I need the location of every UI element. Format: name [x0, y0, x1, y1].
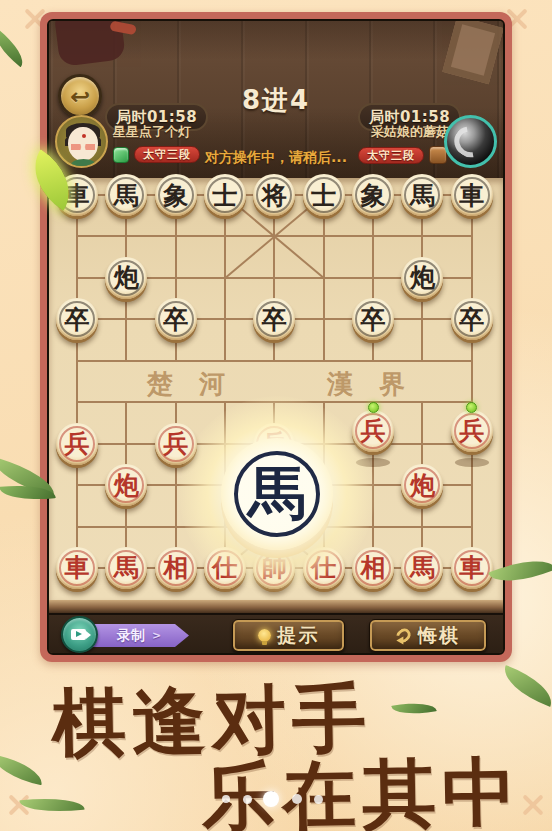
avatar-cat-swirl — [448, 121, 491, 164]
hint-button[interactable]: 提示 — [232, 619, 345, 652]
teapot-silhouette — [54, 19, 126, 67]
piece-black-炮-b7[interactable]: 炮 — [102, 257, 151, 298]
page-background: { "game": "xiangqi", "position": { "fen"… — [0, 0, 552, 831]
chevron-right-icon: > — [152, 629, 161, 642]
piece-black-士-d9[interactable]: 士 — [200, 174, 249, 215]
piece-disc: 将 — [253, 174, 295, 216]
avatar-collar — [71, 159, 96, 168]
piece-disc: 馬 — [401, 547, 443, 589]
piece-disc: 相 — [352, 547, 394, 589]
undo-arrow-icon — [394, 626, 414, 646]
piece-glyph: 馬 — [410, 183, 435, 208]
piece-disc: 士 — [303, 174, 345, 216]
player-right-name: 采姑娘的蘑菇 — [299, 123, 449, 141]
piece-red-車-i0[interactable]: 車 — [447, 547, 496, 588]
piece-black-馬-h9[interactable]: 馬 — [398, 174, 447, 215]
piece-red-炮-h2[interactable]: 炮 — [398, 464, 447, 505]
piece-glyph: 車 — [459, 555, 484, 580]
slogan-line-2: 乐在其中 — [201, 743, 523, 831]
avatar-right[interactable] — [444, 115, 497, 168]
piece-black-卒-g6[interactable]: 卒 — [348, 299, 397, 340]
piece-glyph: 卒 — [361, 307, 386, 332]
game-screen: ↩ 局时01:58 8进4 局时01:58 星星点了个灯 太守三段 对方操作中，… — [47, 19, 505, 655]
bulb-icon — [258, 629, 271, 642]
piece-glyph: 将 — [262, 183, 287, 208]
piece-black-卒-e6[interactable]: 卒 — [250, 299, 299, 340]
piece-disc: 卒 — [352, 298, 394, 340]
piece-disc: 卒 — [155, 298, 197, 340]
picture-frame-decoration — [442, 19, 503, 84]
bamboo-leaf — [0, 755, 46, 785]
piece-disc: 炮 — [105, 257, 147, 299]
piece-glyph: 士 — [311, 183, 336, 208]
piece-glyph: 卒 — [262, 307, 287, 332]
undo-button[interactable]: 悔棋 — [369, 619, 487, 652]
piece-glyph: 炮 — [114, 265, 139, 290]
piece-disc: 馬 — [105, 547, 147, 589]
piece-glyph: 卒 — [163, 307, 188, 332]
piece-shadow — [455, 458, 489, 467]
player-right-rank-badge: 太守三段 — [358, 147, 424, 164]
piece-red-兵-a3[interactable]: 兵 — [52, 423, 101, 464]
piece-disc: 象 — [155, 174, 197, 216]
piece-disc: 卒 — [253, 298, 295, 340]
piece-disc: 卒 — [56, 298, 98, 340]
page-dot-3[interactable] — [263, 791, 279, 807]
game-frame: ↩ 局时01:58 8进4 局时01:58 星星点了个灯 太守三段 对方操作中，… — [40, 12, 512, 662]
record-banner[interactable]: 录制 > — [89, 624, 189, 647]
piece-glyph: 炮 — [410, 265, 435, 290]
player-right-badges: 太守三段 — [358, 146, 447, 164]
piece-black-象-c9[interactable]: 象 — [151, 174, 200, 215]
piece-black-将-e9[interactable]: 将 — [250, 174, 299, 215]
piece-glyph: 馬 — [410, 555, 435, 580]
video-camera-icon — [71, 629, 86, 640]
avatar-left[interactable] — [55, 115, 108, 168]
green-gem-icon — [113, 147, 129, 163]
piece-red-相-c0[interactable]: 相 — [151, 547, 200, 588]
page-dot-5[interactable] — [314, 795, 323, 804]
piece-disc: 士 — [204, 174, 246, 216]
piece-glyph: 馬 — [114, 183, 139, 208]
piece-glyph: 車 — [459, 183, 484, 208]
piece-glyph: 士 — [213, 183, 238, 208]
piece-disc: 炮 — [401, 464, 443, 506]
piece-disc: 兵 — [56, 423, 98, 465]
avatar-forehead-dot — [82, 134, 86, 138]
piece-disc: 象 — [352, 174, 394, 216]
piece-black-卒-i6[interactable]: 卒 — [447, 299, 496, 340]
piece-disc: 兵 — [451, 410, 493, 452]
page-dot-2[interactable] — [243, 795, 252, 804]
page-dot-1[interactable] — [222, 795, 230, 803]
piece-black-炮-h7[interactable]: 炮 — [398, 257, 447, 298]
board: 楚河 漢界 車馬象士将士象馬車炮炮卒卒卒卒卒兵兵兵兵兵炮炮車馬相仕帥仕相馬車 馬 — [49, 178, 503, 600]
piece-glyph: 卒 — [459, 307, 484, 332]
piece-disc: 炮 — [105, 464, 147, 506]
piece-disc: 車 — [56, 547, 98, 589]
piece-glyph: 車 — [64, 555, 89, 580]
undo-label: 悔棋 — [418, 623, 460, 649]
piece-disc: 炮 — [401, 257, 443, 299]
piece-red-車-a0[interactable]: 車 — [52, 547, 101, 588]
piece-red-馬-h0[interactable]: 馬 — [398, 547, 447, 588]
piece-red-炮-b2[interactable]: 炮 — [102, 464, 151, 505]
header: ↩ 局时01:58 8进4 局时01:58 星星点了个灯 太守三段 对方操作中，… — [49, 21, 503, 178]
piece-disc: 卒 — [451, 298, 493, 340]
board-front-edge — [49, 600, 503, 613]
piece-black-象-g9[interactable]: 象 — [348, 174, 397, 215]
page-dot-4[interactable] — [292, 794, 302, 804]
piece-glyph: 相 — [361, 555, 386, 580]
piece-glyph: 炮 — [410, 473, 435, 498]
piece-black-馬-b9[interactable]: 馬 — [102, 174, 151, 215]
piece-disc: 車 — [451, 547, 493, 589]
piece-glyph: 炮 — [114, 473, 139, 498]
piece-glyph: 兵 — [163, 431, 188, 456]
bamboo-leaf — [498, 665, 552, 707]
piece-glyph: 象 — [163, 183, 188, 208]
piece-red-相-g0[interactable]: 相 — [348, 547, 397, 588]
piece-disc: 相 — [155, 547, 197, 589]
piece-glyph: 馬 — [114, 555, 139, 580]
piece-black-卒-a6[interactable]: 卒 — [52, 299, 101, 340]
piece-red-兵-i3[interactable]: 兵 — [447, 423, 496, 464]
piece-glyph: 卒 — [64, 307, 89, 332]
piece-glyph: 兵 — [64, 431, 89, 456]
piece-glyph: 兵 — [459, 418, 484, 443]
piece-black-士-f9[interactable]: 士 — [299, 174, 348, 215]
piece-glyph: 象 — [361, 183, 386, 208]
piece-disc: 馬 — [105, 174, 147, 216]
piece-black-車-i9[interactable]: 車 — [447, 174, 496, 215]
piece-disc: 馬 — [401, 174, 443, 216]
player-left-name: 星星点了个灯 — [113, 123, 191, 141]
piece-red-馬-b0[interactable]: 馬 — [102, 547, 151, 588]
bottom-bar: 录制 > 提示 悔棋 — [49, 613, 503, 653]
piece-black-卒-c6[interactable]: 卒 — [151, 299, 200, 340]
moving-piece-overlay: 馬 — [221, 438, 333, 550]
bamboo-leaf — [391, 698, 437, 718]
green-dot-marker — [368, 402, 379, 413]
avatar-cheeks — [71, 144, 95, 150]
record-label: 录制 — [117, 627, 145, 645]
record-button[interactable] — [61, 616, 98, 653]
piece-glyph: 兵 — [361, 418, 386, 443]
piece-disc: 車 — [451, 174, 493, 216]
piece-glyph: 相 — [163, 555, 188, 580]
hint-label: 提示 — [278, 623, 320, 649]
moving-piece-ring — [234, 451, 320, 537]
